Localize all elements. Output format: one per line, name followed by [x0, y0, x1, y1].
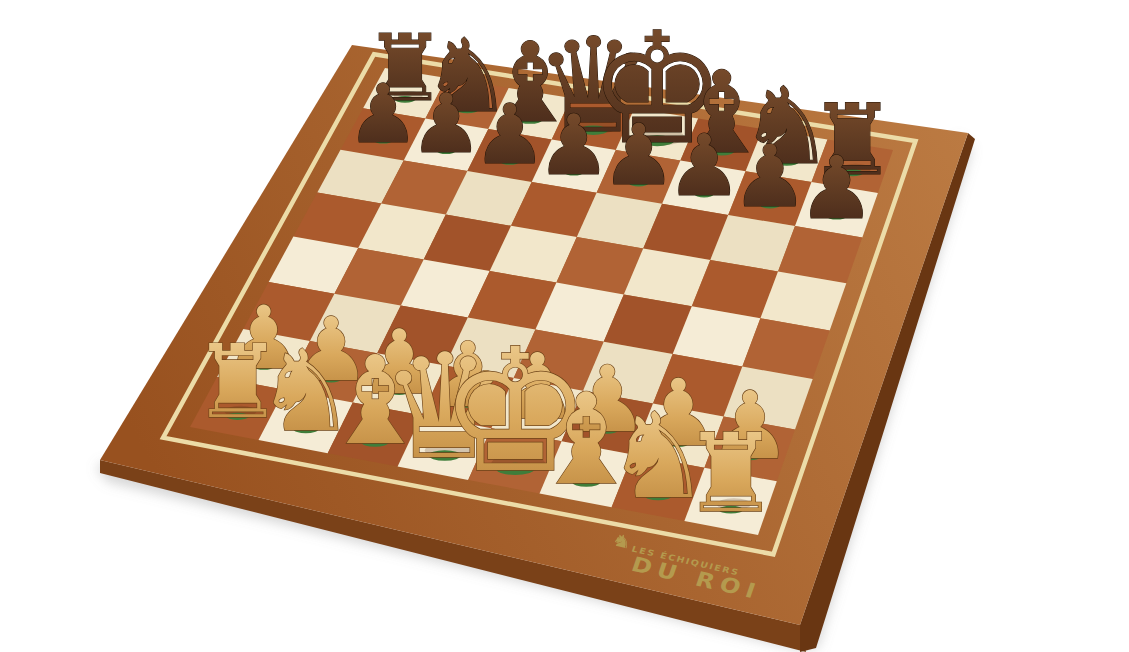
- chess-set-product-photo: ♜♞♝♛♚♝♞♜♟♟♟♟♟♟♟♟♟♟♟♟♟♟♟♟♜♞♝♛♚♝♞♜ ♞ LES É…: [0, 0, 1129, 652]
- piece-black-pawn-h7: ♟: [798, 138, 876, 238]
- chess-board: ♜♞♝♛♚♝♞♜♟♟♟♟♟♟♟♟♟♟♟♟♟♟♟♟♜♞♝♛♚♝♞♜: [0, 0, 1129, 652]
- piece-white-rook-h1: ♜: [682, 410, 780, 537]
